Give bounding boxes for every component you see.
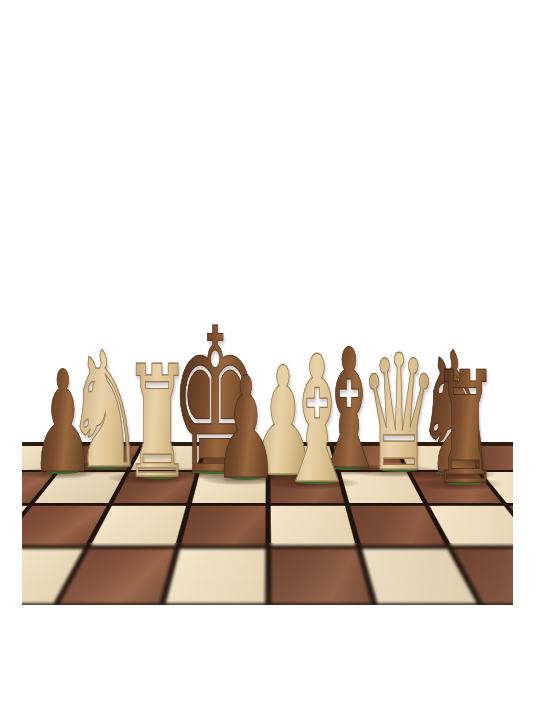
chess-piece-dark-pawn-left: ♟ xyxy=(30,353,95,493)
chess-piece-dark-pawn-center: ♟ xyxy=(213,359,278,499)
depth-of-field-blur xyxy=(22,543,513,605)
chess-piece-dark-rook: ♜ xyxy=(432,351,499,506)
chess-piece-light-bishop: ♝ xyxy=(276,333,358,508)
chess-set-photo: ♟♞♜♚♟♟♝♝♛♞♜ xyxy=(22,295,513,605)
chess-piece-light-rook: ♜ xyxy=(124,345,191,500)
